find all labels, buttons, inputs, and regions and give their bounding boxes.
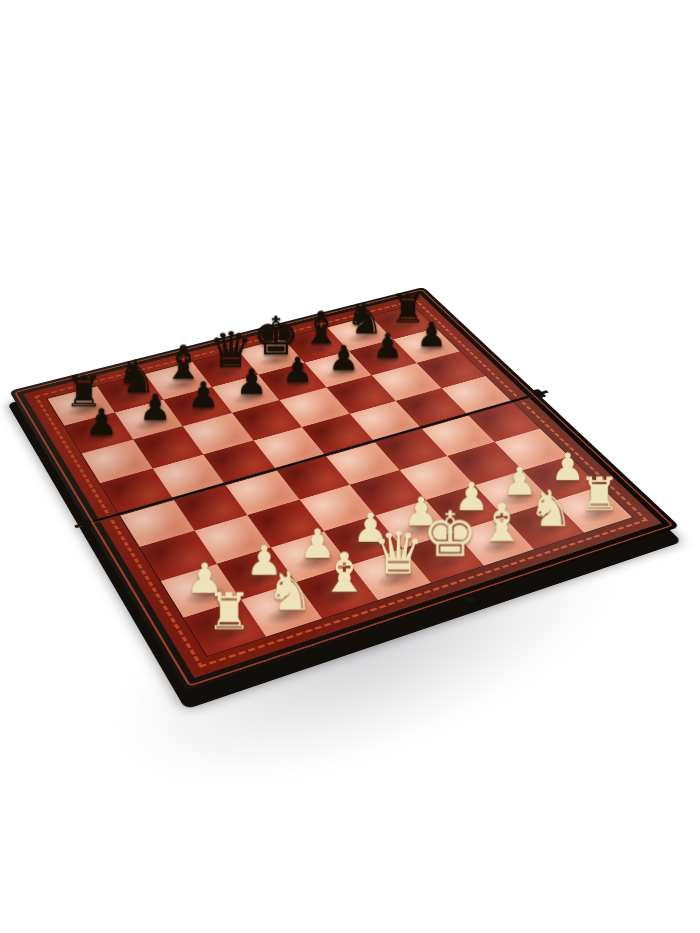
black-pawn-f7[interactable]: ♟	[317, 341, 369, 375]
scene: ♜♞♝♛♚♝♞♜♟♟♟♟♟♟♟♟♟♟♟♟♟♟♟♟♜♞♝♛♚♝♞♜	[0, 0, 700, 933]
white-queen-d1[interactable]: ♛	[368, 524, 427, 583]
black-pawn-d7[interactable]: ♟	[226, 365, 277, 400]
white-bishop-c1[interactable]: ♝	[315, 545, 374, 600]
white-knight-b1[interactable]: ♞	[260, 564, 319, 618]
square-a1[interactable]: ♜	[183, 599, 265, 655]
black-pawn-c7[interactable]: ♟	[178, 377, 229, 413]
black-pawn-b7[interactable]: ♟	[130, 390, 180, 426]
white-king-e1[interactable]: ♚	[420, 503, 480, 565]
black-pawn-e7[interactable]: ♟	[272, 353, 323, 388]
square-a7[interactable]: ♟	[64, 412, 133, 453]
black-pawn-a7[interactable]: ♟	[73, 404, 130, 441]
white-rook-a1[interactable]: ♜	[196, 587, 263, 638]
